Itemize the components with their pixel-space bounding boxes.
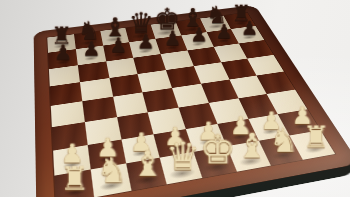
white-bishop-glyph: ♝ bbox=[132, 146, 164, 181]
board-pieces: ♜♞♝♛♚♝♞♜♟♟♟♟♟♟♟♟♟♟♟♟♟♟♟♟♜♞♝♛♚♝♞♜ bbox=[47, 13, 335, 197]
black-pawn-glyph: ♟ bbox=[82, 39, 100, 60]
white-rook-glyph: ♜ bbox=[60, 162, 89, 194]
white-queen-glyph: ♛ bbox=[166, 137, 201, 176]
black-pawn-glyph: ♟ bbox=[54, 43, 73, 64]
black-pawn-glyph: ♟ bbox=[137, 32, 155, 52]
black-pawn-glyph: ♟ bbox=[164, 29, 182, 49]
photo-backdrop: ♜♞♝♛♚♝♞♜♟♟♟♟♟♟♟♟♟♟♟♟♟♟♟♟♜♞♝♛♚♝♞♜ bbox=[0, 0, 350, 197]
black-pawn-glyph: ♟ bbox=[110, 36, 128, 56]
white-rook-glyph: ♜ bbox=[303, 122, 330, 152]
white-king-glyph: ♚ bbox=[199, 129, 235, 169]
chess-board: ♜♞♝♛♚♝♞♜♟♟♟♟♟♟♟♟♟♟♟♟♟♟♟♟♜♞♝♛♚♝♞♜ bbox=[34, 5, 350, 197]
white-bishop-glyph: ♝ bbox=[236, 129, 267, 163]
white-knight-glyph: ♞ bbox=[269, 125, 298, 158]
black-pawn-glyph: ♟ bbox=[190, 25, 208, 45]
black-pawn-glyph: ♟ bbox=[216, 22, 234, 42]
white-knight-glyph: ♞ bbox=[96, 153, 127, 188]
black-pawn-glyph: ♟ bbox=[241, 19, 258, 38]
